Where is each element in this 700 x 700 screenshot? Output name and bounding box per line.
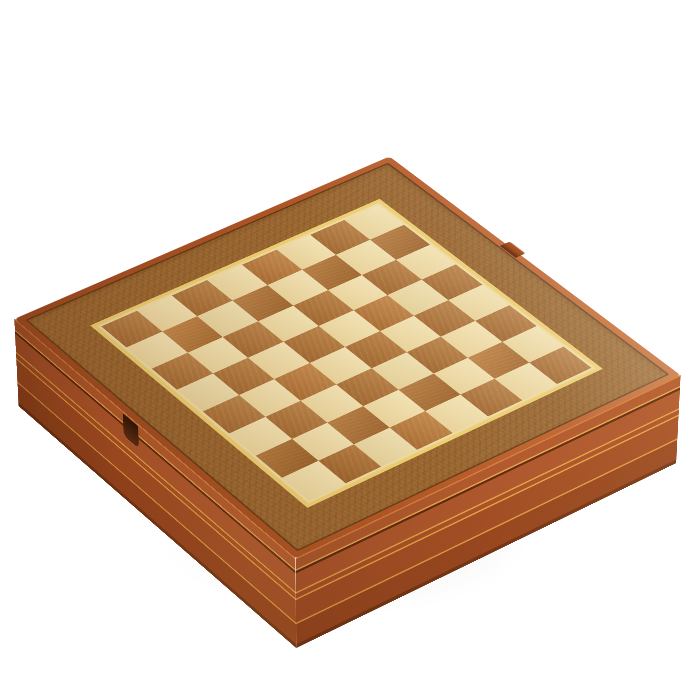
product-photo (0, 0, 700, 700)
scene (0, 0, 700, 700)
